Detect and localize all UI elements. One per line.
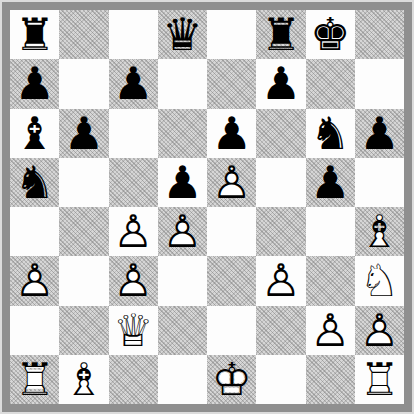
square-h1[interactable]: ♜♖ — [355, 355, 404, 404]
square-g7[interactable] — [306, 59, 355, 108]
square-h6[interactable]: ♟ — [355, 109, 404, 158]
square-f4[interactable] — [256, 207, 305, 256]
square-f6[interactable] — [256, 109, 305, 158]
piece-white-pawn: ♟♙ — [113, 258, 153, 303]
square-a2[interactable] — [10, 306, 59, 355]
chess-board-frame: ♜♛♜♚♟♟♟♝♟♟♞♟♞♟♟♙♟♟♙♟♙♝♗♟♙♟♙♟♙♞♘♛♕♟♙♟♙♜♖♝… — [0, 0, 414, 414]
square-h3[interactable]: ♞♘ — [355, 256, 404, 305]
square-e7[interactable] — [207, 59, 256, 108]
square-c4[interactable]: ♟♙ — [109, 207, 158, 256]
square-e4[interactable] — [207, 207, 256, 256]
square-d4[interactable]: ♟♙ — [158, 207, 207, 256]
square-h8[interactable] — [355, 10, 404, 59]
piece-white-pawn: ♟♙ — [359, 308, 399, 353]
square-c1[interactable] — [109, 355, 158, 404]
piece-white-pawn: ♟♙ — [14, 258, 54, 303]
piece-black-king: ♚ — [310, 12, 350, 57]
piece-white-queen: ♛♕ — [113, 308, 153, 353]
piece-white-pawn: ♟♙ — [310, 308, 350, 353]
square-e5[interactable]: ♟♙ — [207, 158, 256, 207]
square-d3[interactable] — [158, 256, 207, 305]
square-g1[interactable] — [306, 355, 355, 404]
square-g2[interactable]: ♟♙ — [306, 306, 355, 355]
piece-black-pawn: ♟ — [64, 111, 104, 156]
square-b5[interactable] — [59, 158, 108, 207]
square-d5[interactable]: ♟ — [158, 158, 207, 207]
square-h5[interactable] — [355, 158, 404, 207]
square-g3[interactable] — [306, 256, 355, 305]
square-a7[interactable]: ♟ — [10, 59, 59, 108]
square-b4[interactable] — [59, 207, 108, 256]
square-c3[interactable]: ♟♙ — [109, 256, 158, 305]
piece-white-king: ♚♔ — [211, 357, 251, 402]
piece-black-pawn: ♟ — [359, 111, 399, 156]
piece-black-pawn: ♟ — [14, 61, 54, 106]
square-h4[interactable]: ♝♗ — [355, 207, 404, 256]
piece-black-rook: ♜ — [261, 12, 301, 57]
piece-black-pawn: ♟ — [261, 61, 301, 106]
square-c7[interactable]: ♟ — [109, 59, 158, 108]
square-e8[interactable] — [207, 10, 256, 59]
square-a8[interactable]: ♜ — [10, 10, 59, 59]
square-b3[interactable] — [59, 256, 108, 305]
square-f2[interactable] — [256, 306, 305, 355]
square-d1[interactable] — [158, 355, 207, 404]
square-b1[interactable]: ♝♗ — [59, 355, 108, 404]
square-a1[interactable]: ♜♖ — [10, 355, 59, 404]
piece-white-knight: ♞♘ — [359, 258, 399, 303]
piece-white-pawn: ♟♙ — [162, 209, 202, 254]
square-a3[interactable]: ♟♙ — [10, 256, 59, 305]
square-f1[interactable] — [256, 355, 305, 404]
piece-white-bishop: ♝♗ — [359, 209, 399, 254]
square-g8[interactable]: ♚ — [306, 10, 355, 59]
piece-black-pawn: ♟ — [162, 160, 202, 205]
square-h7[interactable] — [355, 59, 404, 108]
square-a5[interactable]: ♞ — [10, 158, 59, 207]
piece-black-pawn: ♟ — [310, 160, 350, 205]
piece-black-bishop: ♝ — [14, 111, 54, 156]
piece-white-rook: ♜♖ — [14, 357, 54, 402]
square-e2[interactable] — [207, 306, 256, 355]
square-f8[interactable]: ♜ — [256, 10, 305, 59]
square-c6[interactable] — [109, 109, 158, 158]
piece-black-pawn: ♟ — [113, 61, 153, 106]
square-h2[interactable]: ♟♙ — [355, 306, 404, 355]
piece-white-pawn: ♟♙ — [211, 160, 251, 205]
square-c5[interactable] — [109, 158, 158, 207]
square-d2[interactable] — [158, 306, 207, 355]
piece-black-knight: ♞ — [14, 160, 54, 205]
square-d7[interactable] — [158, 59, 207, 108]
square-b8[interactable] — [59, 10, 108, 59]
square-a6[interactable]: ♝ — [10, 109, 59, 158]
piece-white-pawn: ♟♙ — [113, 209, 153, 254]
square-e1[interactable]: ♚♔ — [207, 355, 256, 404]
square-b2[interactable] — [59, 306, 108, 355]
piece-black-queen: ♛ — [162, 12, 202, 57]
square-f3[interactable]: ♟♙ — [256, 256, 305, 305]
piece-white-bishop: ♝♗ — [64, 357, 104, 402]
square-e3[interactable] — [207, 256, 256, 305]
chess-board: ♜♛♜♚♟♟♟♝♟♟♞♟♞♟♟♙♟♟♙♟♙♝♗♟♙♟♙♟♙♞♘♛♕♟♙♟♙♜♖♝… — [10, 10, 404, 404]
square-f7[interactable]: ♟ — [256, 59, 305, 108]
square-c2[interactable]: ♛♕ — [109, 306, 158, 355]
square-g4[interactable] — [306, 207, 355, 256]
square-d8[interactable]: ♛ — [158, 10, 207, 59]
piece-white-rook: ♜♖ — [359, 357, 399, 402]
square-f5[interactable] — [256, 158, 305, 207]
square-e6[interactable]: ♟ — [207, 109, 256, 158]
piece-black-rook: ♜ — [14, 12, 54, 57]
piece-black-pawn: ♟ — [211, 111, 251, 156]
square-a4[interactable] — [10, 207, 59, 256]
square-b6[interactable]: ♟ — [59, 109, 108, 158]
piece-white-pawn: ♟♙ — [261, 258, 301, 303]
square-g6[interactable]: ♞ — [306, 109, 355, 158]
piece-black-knight: ♞ — [310, 111, 350, 156]
square-d6[interactable] — [158, 109, 207, 158]
square-c8[interactable] — [109, 10, 158, 59]
square-g5[interactable]: ♟ — [306, 158, 355, 207]
square-b7[interactable] — [59, 59, 108, 108]
